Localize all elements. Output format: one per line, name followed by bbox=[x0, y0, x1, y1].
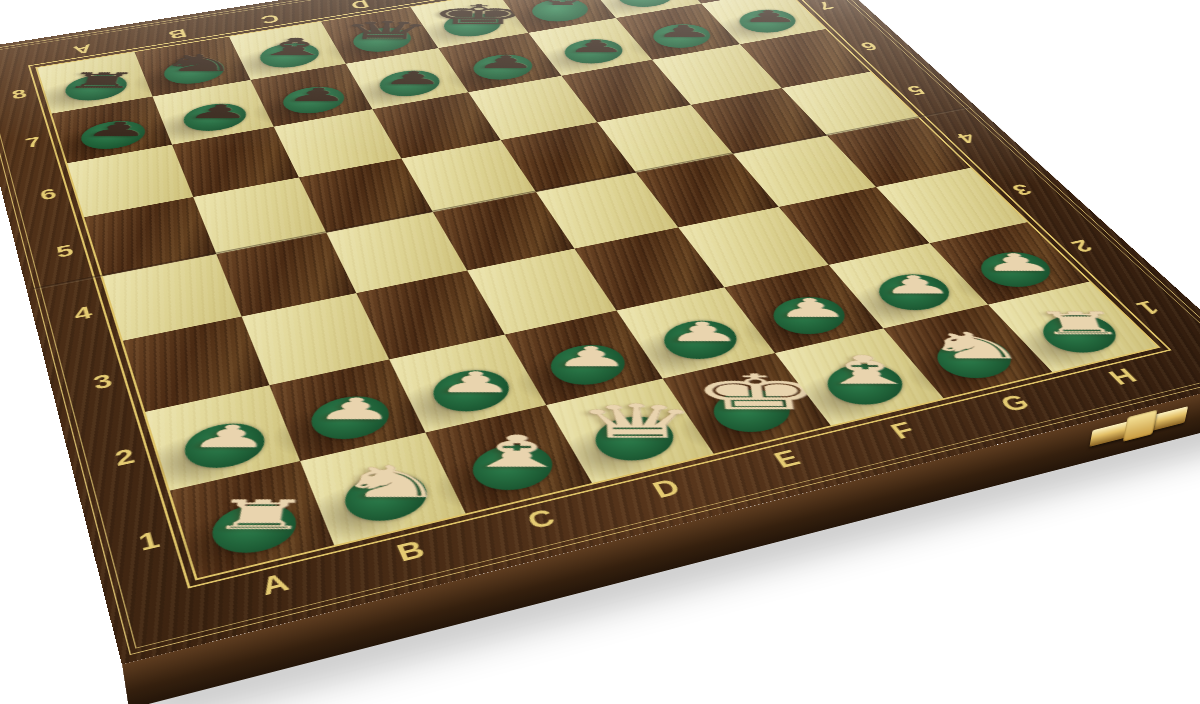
white-pawn[interactable]: ♟ bbox=[289, 394, 419, 424]
piece-shadow bbox=[889, 338, 1025, 406]
chess-board: ABCDEFGH ABCDEFGH 87654321 87654321 ♜♞♝♛… bbox=[0, 0, 1200, 664]
square-h2[interactable]: ♟ bbox=[930, 222, 1090, 304]
black-pawn[interactable]: ♟ bbox=[166, 102, 272, 121]
felt-pad bbox=[1030, 309, 1129, 359]
white-king[interactable]: ♚ bbox=[688, 368, 820, 417]
board-grid: ♜♞♝♛♚♝♞♜♟♟♟♟♟♟♟♟♟♟♟♟♟♟♟♟♜♞♝♛♚♝♞♜ bbox=[37, 0, 1157, 578]
felt-pad bbox=[654, 315, 748, 365]
piece-shadow bbox=[664, 388, 801, 461]
piece-shadow bbox=[384, 369, 514, 440]
felt-pad bbox=[925, 333, 1024, 385]
square-e2[interactable]: ♟ bbox=[616, 287, 774, 378]
square-c1[interactable]: ♝ bbox=[425, 405, 592, 513]
piece-shadow bbox=[502, 344, 632, 412]
square-b4[interactable] bbox=[216, 233, 356, 317]
black-pawn[interactable]: ♟ bbox=[362, 69, 462, 87]
white-pawn[interactable]: ♟ bbox=[412, 368, 538, 396]
black-pawn[interactable]: ♟ bbox=[636, 23, 732, 39]
white-queen[interactable]: ♛ bbox=[572, 398, 703, 445]
square-h1[interactable]: ♜ bbox=[988, 282, 1157, 372]
felt-pad bbox=[178, 417, 272, 475]
piece-shadow bbox=[936, 251, 1064, 311]
black-pawn[interactable]: ♟ bbox=[63, 119, 172, 138]
square-e1[interactable]: ♚ bbox=[663, 353, 831, 454]
white-pawn[interactable]: ♟ bbox=[854, 272, 977, 297]
square-b1[interactable]: ♞ bbox=[300, 433, 466, 546]
black-pawn[interactable]: ♟ bbox=[548, 38, 644, 55]
felt-pad bbox=[867, 269, 961, 316]
white-pawn[interactable]: ♟ bbox=[955, 250, 1078, 274]
white-knight[interactable]: ♞ bbox=[322, 460, 459, 504]
white-rook[interactable]: ♜ bbox=[1014, 308, 1145, 339]
square-a2[interactable]: ♟ bbox=[145, 385, 300, 490]
square-e3[interactable] bbox=[574, 227, 724, 310]
felt-pad bbox=[463, 438, 563, 498]
playing-area: ♜♞♝♛♚♝♞♜♟♟♟♟♟♟♟♟♟♟♟♟♟♟♟♟♜♞♝♛♚♝♞♜ bbox=[35, 0, 1160, 581]
white-pawn[interactable]: ♟ bbox=[530, 343, 653, 370]
square-c2[interactable]: ♟ bbox=[389, 335, 546, 433]
square-a4[interactable] bbox=[103, 254, 242, 341]
felt-pad bbox=[337, 466, 437, 528]
felt-pad bbox=[205, 496, 304, 561]
square-d2[interactable]: ♟ bbox=[505, 311, 663, 406]
felt-pad bbox=[304, 390, 398, 446]
white-pawn[interactable]: ♟ bbox=[750, 295, 873, 321]
black-rook[interactable]: ♜ bbox=[48, 70, 155, 91]
square-g3[interactable] bbox=[779, 187, 930, 265]
black-bishop[interactable]: ♝ bbox=[516, 0, 609, 13]
piece-shadow bbox=[833, 273, 961, 335]
square-b3[interactable] bbox=[242, 293, 390, 385]
brass-clasp bbox=[1090, 406, 1189, 447]
felt-pad bbox=[424, 364, 518, 418]
white-pawn[interactable]: ♟ bbox=[162, 421, 297, 452]
black-pawn[interactable]: ♟ bbox=[266, 85, 369, 103]
brass-clasp-latch bbox=[1123, 410, 1158, 442]
piece-shadow bbox=[292, 472, 431, 554]
white-pawn[interactable]: ♟ bbox=[642, 318, 765, 345]
piece-shadow bbox=[134, 422, 265, 499]
white-bishop[interactable]: ♝ bbox=[450, 430, 582, 474]
white-rook[interactable]: ♜ bbox=[188, 495, 331, 535]
square-a3[interactable] bbox=[123, 317, 270, 412]
square-a1[interactable]: ♜ bbox=[170, 461, 334, 578]
square-c4[interactable] bbox=[326, 212, 467, 293]
white-knight[interactable]: ♞ bbox=[908, 327, 1040, 363]
felt-pad bbox=[702, 383, 802, 439]
square-d3[interactable] bbox=[467, 249, 616, 335]
piece-shadow bbox=[996, 314, 1131, 380]
black-bishop[interactable]: ♝ bbox=[243, 35, 344, 58]
piece-shadow bbox=[779, 363, 915, 433]
square-f2[interactable]: ♟ bbox=[724, 265, 883, 353]
square-g1[interactable]: ♞ bbox=[883, 305, 1052, 399]
black-pawn[interactable]: ♟ bbox=[457, 53, 555, 70]
piece-shadow bbox=[545, 415, 683, 491]
square-f1[interactable]: ♝ bbox=[775, 328, 944, 425]
felt-pad bbox=[816, 358, 915, 412]
felt-pad bbox=[541, 339, 635, 391]
square-d1[interactable]: ♛ bbox=[546, 379, 713, 483]
felt-pad bbox=[585, 410, 685, 468]
square-c3[interactable] bbox=[356, 270, 505, 359]
black-queen[interactable]: ♛ bbox=[337, 18, 435, 43]
square-f3[interactable] bbox=[678, 207, 828, 287]
square-g2[interactable]: ♟ bbox=[829, 243, 988, 328]
white-bishop[interactable]: ♝ bbox=[800, 351, 932, 390]
piece-shadow bbox=[617, 320, 746, 386]
felt-pad bbox=[969, 247, 1063, 293]
black-knight[interactable]: ♞ bbox=[147, 51, 251, 74]
piece-shadow bbox=[421, 443, 559, 522]
piece-shadow bbox=[727, 296, 856, 360]
square-d4[interactable] bbox=[433, 192, 575, 270]
square-b2[interactable]: ♟ bbox=[269, 359, 425, 461]
black-pawn[interactable]: ♟ bbox=[721, 8, 817, 24]
piece-shadow bbox=[159, 502, 298, 587]
chess-set-photo: ABCDEFGH ABCDEFGH 87654321 87654321 ♜♞♝♛… bbox=[0, 0, 1200, 704]
piece-shadow bbox=[261, 395, 392, 469]
felt-pad bbox=[762, 291, 856, 340]
black-king[interactable]: ♚ bbox=[428, 1, 522, 28]
